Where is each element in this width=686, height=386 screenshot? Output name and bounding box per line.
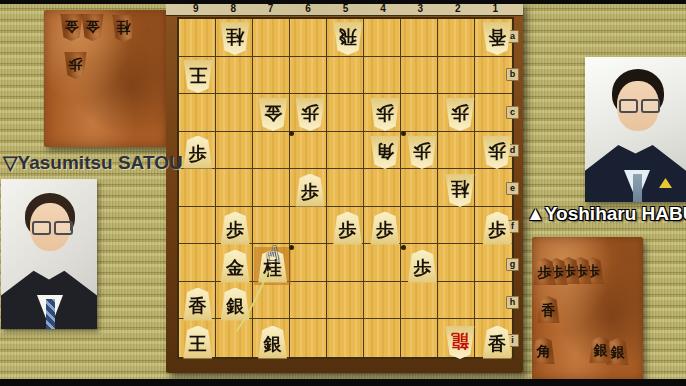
square-9e[interactable] — [179, 169, 216, 207]
star-point — [401, 245, 406, 250]
glasses-icon — [619, 99, 660, 113]
shogi-broadcast-screen: ▽Yasumitsu SATOU ▲Yoshiharu HABU 9876543… — [0, 0, 686, 386]
piece-1i-sente[interactable]: 香 — [482, 326, 512, 359]
photo-satou — [1, 179, 97, 329]
piece-5f-sente[interactable]: 歩 — [333, 212, 363, 245]
star-point — [401, 131, 406, 136]
piece-7i-sente[interactable]: 銀 — [258, 326, 288, 359]
square-6i[interactable] — [290, 319, 327, 357]
piece-6e-sente[interactable]: 歩 — [295, 174, 325, 207]
square-7a[interactable] — [253, 19, 290, 57]
square-5c[interactable] — [327, 94, 364, 132]
hand-piece-gote[interactable]: 桂 — [112, 15, 135, 42]
hand-piece-sente[interactable]: 角 — [532, 337, 555, 364]
square-2d[interactable] — [438, 132, 475, 170]
square-5b[interactable] — [327, 57, 364, 95]
square-2g[interactable] — [438, 244, 475, 282]
square-8i[interactable] — [216, 319, 253, 357]
square-8e[interactable] — [216, 169, 253, 207]
square-2b[interactable] — [438, 57, 475, 95]
square-3i[interactable] — [401, 319, 438, 357]
sente-player-name: ▲Yoshiharu HABU — [526, 203, 686, 225]
square-2f[interactable] — [438, 207, 475, 245]
star-point — [289, 131, 294, 136]
portrait-tie — [46, 299, 55, 329]
square-9g[interactable] — [179, 244, 216, 282]
square-6h[interactable] — [290, 282, 327, 320]
square-3e[interactable] — [401, 169, 438, 207]
piece-8g-sente[interactable]: 金 — [220, 250, 250, 283]
square-8d[interactable] — [216, 132, 253, 170]
piece-9h-sente[interactable]: 香 — [183, 288, 213, 321]
piece-4d-gote[interactable]: 角 — [370, 136, 400, 169]
rank-label-h: h — [506, 296, 519, 309]
piece-9i-sente[interactable]: 王 — [183, 326, 213, 359]
square-4b[interactable] — [364, 57, 401, 95]
square-4e[interactable] — [364, 169, 401, 207]
square-2h[interactable] — [438, 282, 475, 320]
gote-captured-tray — [44, 10, 167, 147]
square-4h[interactable] — [364, 282, 401, 320]
square-3f[interactable] — [401, 207, 438, 245]
top-letterbox-bar — [0, 0, 686, 4]
square-7d[interactable] — [253, 132, 290, 170]
square-8b[interactable] — [216, 57, 253, 95]
square-3b[interactable] — [401, 57, 438, 95]
hand-piece-sente[interactable]: 歩 — [533, 258, 556, 285]
bottom-letterbox-bar — [0, 379, 686, 386]
square-5i[interactable] — [327, 319, 364, 357]
hand-piece-gote[interactable]: 歩 — [64, 52, 87, 79]
square-7b[interactable] — [253, 57, 290, 95]
piece-1f-sente[interactable]: 歩 — [482, 212, 512, 245]
piece-6c-gote[interactable]: 歩 — [295, 98, 325, 131]
square-9f[interactable] — [179, 207, 216, 245]
hand-piece-sente[interactable]: 銀 — [589, 336, 612, 363]
square-6d[interactable] — [290, 132, 327, 170]
gote-player-name: ▽Yasumitsu SATOU — [3, 151, 183, 174]
rank-label-c: c — [506, 106, 519, 119]
square-7h[interactable] — [253, 282, 290, 320]
square-5g[interactable] — [327, 244, 364, 282]
piece-3g-sente[interactable]: 歩 — [407, 250, 437, 283]
square-3c[interactable] — [401, 94, 438, 132]
star-point — [289, 245, 294, 250]
square-2a[interactable] — [438, 19, 475, 57]
square-3a[interactable] — [401, 19, 438, 57]
hand-piece-gote[interactable]: 金 — [81, 14, 104, 41]
square-5h[interactable] — [327, 282, 364, 320]
piece-4c-gote[interactable]: 歩 — [370, 98, 400, 131]
square-6f[interactable] — [290, 207, 327, 245]
portrait-tie — [633, 174, 642, 202]
square-8c[interactable] — [216, 94, 253, 132]
board-grid[interactable]: 桂飛香王金歩歩歩歩角歩歩歩桂歩歩歩歩金桂歩香銀王銀龍香 — [177, 17, 514, 359]
square-6b[interactable] — [290, 57, 327, 95]
rank-label-e: e — [506, 182, 519, 195]
hand-piece-gote[interactable]: 金 — [60, 14, 83, 41]
square-7e[interactable] — [253, 169, 290, 207]
square-3h[interactable] — [401, 282, 438, 320]
square-4a[interactable] — [364, 19, 401, 57]
photo-habu — [585, 57, 686, 202]
square-4g[interactable] — [364, 244, 401, 282]
square-7f[interactable] — [253, 207, 290, 245]
piece-8h-sente[interactable]: 銀 — [220, 288, 250, 321]
piece-4f-sente[interactable]: 歩 — [370, 212, 400, 245]
square-5d[interactable] — [327, 132, 364, 170]
hand-piece-sente[interactable]: 香 — [537, 296, 560, 323]
rank-label-b: b — [506, 68, 519, 81]
piece-9d-sente[interactable]: 歩 — [183, 136, 213, 169]
square-6a[interactable] — [290, 19, 327, 57]
rank-label-g: g — [506, 258, 519, 271]
file-coordinates: 987654321 — [166, 2, 523, 16]
square-5e[interactable] — [327, 169, 364, 207]
glasses-icon — [32, 221, 73, 235]
square-4i[interactable] — [364, 319, 401, 357]
square-9a[interactable] — [179, 19, 216, 57]
square-9c[interactable] — [179, 94, 216, 132]
square-6g[interactable] — [290, 244, 327, 282]
piece-8f-sente[interactable]: 歩 — [220, 212, 250, 245]
shogi-board: 987654321 桂飛香王金歩歩歩歩角歩歩歩桂歩歩歩歩金桂歩香銀王銀龍香 ab… — [166, 2, 523, 373]
